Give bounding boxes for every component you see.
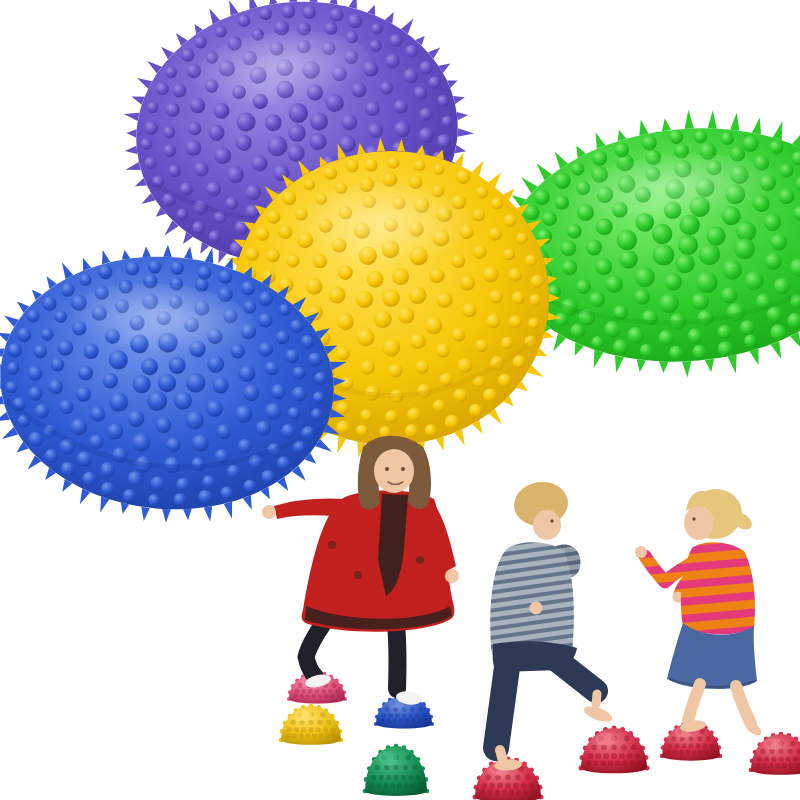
boy-pants-left-leg — [496, 660, 508, 748]
small-pod-red-4 — [749, 732, 800, 775]
pod-body — [365, 746, 427, 796]
girl-red-left-sleeve — [274, 498, 346, 519]
girl-red-tunic-dot — [354, 571, 362, 579]
small-pods-group — [279, 671, 800, 800]
pod-highlight — [295, 710, 313, 721]
child-girl-striped — [635, 485, 764, 739]
boy-left-ankle — [500, 750, 503, 761]
dome-highlight — [296, 183, 470, 265]
girl-red-tunic-dot — [416, 556, 424, 564]
boy-hand — [530, 602, 543, 615]
pod-highlight — [765, 738, 783, 750]
girl-red-face — [374, 449, 414, 493]
pod-body — [581, 728, 647, 773]
striped-girl-eye — [692, 517, 695, 520]
girl-red-eye — [401, 467, 405, 471]
child-boy — [490, 478, 614, 771]
pod-body — [281, 706, 341, 745]
striped-girl-right-leg — [736, 686, 751, 723]
striped-girl-near-hand — [635, 546, 647, 558]
child-girl-in-red — [262, 436, 459, 706]
small-pod-yellow-small — [279, 704, 344, 745]
girl-red-eye — [385, 467, 389, 471]
boy-right-ankle — [596, 694, 597, 704]
small-pod-green-small — [363, 744, 430, 796]
pod-highlight — [596, 733, 616, 746]
boy-eye — [550, 519, 553, 522]
boy-face — [533, 510, 561, 540]
small-pod-red-2 — [579, 726, 650, 774]
scene-image — [0, 0, 800, 800]
striped-girl-left-leg — [688, 684, 700, 721]
girl-red-right-hand — [445, 569, 459, 583]
pod-highlight — [379, 751, 398, 765]
girl-red-left-hand — [262, 505, 276, 519]
striped-girl-face — [684, 506, 714, 540]
boy-pants-right-leg — [554, 658, 596, 691]
girl-red-tunic-dot — [328, 541, 336, 549]
product-photo — [0, 0, 800, 800]
